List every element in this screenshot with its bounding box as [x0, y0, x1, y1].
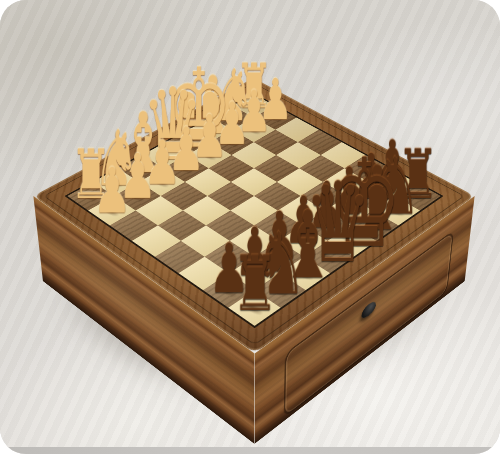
fabric-edge-band: [0, 447, 500, 454]
drawer-knob[interactable]: [361, 299, 376, 322]
square-r6c2[interactable]: [136, 196, 183, 225]
square-r7c4[interactable]: [155, 241, 205, 273]
chess-case: ♜♟♟♜♞♟♟♞♝♟♟♝♚♟♟♚♛♟♟♛♝♟♟♝♞♟♟♞♜♟♟♜: [33, 78, 474, 353]
square-r7c2[interactable]: [110, 210, 158, 240]
square-r7c3[interactable]: [132, 225, 181, 256]
scene: ♜♟♟♜♞♟♟♞♝♟♟♝♚♟♟♚♛♟♟♛♝♟♟♝♞♟♟♞♜♟♟♜: [0, 0, 500, 454]
square-r5c3[interactable]: [183, 196, 230, 225]
square-r6c3[interactable]: [158, 210, 206, 240]
photo-frame: ♜♟♟♜♞♟♟♞♝♟♟♝♚♟♟♚♛♟♟♛♝♟♟♝♞♟♟♞♜♟♟♜: [0, 0, 500, 454]
